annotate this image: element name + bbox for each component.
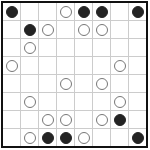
cell-r4c3[interactable] (39, 57, 56, 74)
white-pearl (60, 6, 72, 18)
white-pearl (78, 24, 90, 36)
white-pearl (24, 42, 36, 54)
cell-r6c8[interactable] (129, 93, 146, 110)
white-pearl (24, 132, 36, 144)
cell-r5c6[interactable] (93, 75, 110, 92)
cell-r7c6[interactable] (93, 111, 110, 128)
white-pearl (114, 96, 126, 108)
cell-r2c4[interactable] (57, 21, 74, 38)
black-pearl (42, 132, 54, 144)
cell-r3c1[interactable] (3, 39, 20, 56)
cell-r4c4[interactable] (57, 57, 74, 74)
cell-r8c7[interactable] (111, 129, 128, 146)
cell-r1c1[interactable] (3, 3, 20, 20)
cell-r3c7[interactable] (111, 39, 128, 56)
cell-r7c4[interactable] (57, 111, 74, 128)
cell-r6c5[interactable] (75, 93, 92, 110)
cell-r8c1[interactable] (3, 129, 20, 146)
white-pearl (6, 60, 18, 72)
white-pearl (42, 24, 54, 36)
cell-r1c3[interactable] (39, 3, 56, 20)
cell-r1c2[interactable] (21, 3, 38, 20)
cell-r4c5[interactable] (75, 57, 92, 74)
white-pearl (114, 60, 126, 72)
cell-r3c6[interactable] (93, 39, 110, 56)
cell-r4c6[interactable] (93, 57, 110, 74)
cell-r5c2[interactable] (21, 75, 38, 92)
cell-r6c6[interactable] (93, 93, 110, 110)
masyu-board (1, 1, 148, 148)
cell-r1c5[interactable] (75, 3, 92, 20)
cell-r6c4[interactable] (57, 93, 74, 110)
cell-r7c1[interactable] (3, 111, 20, 128)
cell-r7c8[interactable] (129, 111, 146, 128)
cell-r6c2[interactable] (21, 93, 38, 110)
cell-r7c5[interactable] (75, 111, 92, 128)
cell-r4c7[interactable] (111, 57, 128, 74)
white-pearl (60, 78, 72, 90)
black-pearl (96, 6, 108, 18)
cell-r6c7[interactable] (111, 93, 128, 110)
cell-r1c6[interactable] (93, 3, 110, 20)
cell-r8c8[interactable] (129, 129, 146, 146)
white-pearl (60, 114, 72, 126)
cell-r8c2[interactable] (21, 129, 38, 146)
cell-r8c6[interactable] (93, 129, 110, 146)
cell-r5c4[interactable] (57, 75, 74, 92)
black-pearl (132, 132, 144, 144)
cell-r5c7[interactable] (111, 75, 128, 92)
white-pearl (96, 114, 108, 126)
white-pearl (42, 114, 54, 126)
cell-r2c7[interactable] (111, 21, 128, 38)
white-pearl (96, 24, 108, 36)
cell-r4c1[interactable] (3, 57, 20, 74)
cell-r7c2[interactable] (21, 111, 38, 128)
cell-r6c1[interactable] (3, 93, 20, 110)
cell-r1c4[interactable] (57, 3, 74, 20)
cell-r3c2[interactable] (21, 39, 38, 56)
cell-r2c3[interactable] (39, 21, 56, 38)
cell-r8c4[interactable] (57, 129, 74, 146)
cell-r7c7[interactable] (111, 111, 128, 128)
black-pearl (24, 24, 36, 36)
cell-r6c3[interactable] (39, 93, 56, 110)
cell-r3c4[interactable] (57, 39, 74, 56)
white-pearl (96, 78, 108, 90)
cell-r2c2[interactable] (21, 21, 38, 38)
cell-r8c5[interactable] (75, 129, 92, 146)
white-pearl (24, 96, 36, 108)
cell-r2c5[interactable] (75, 21, 92, 38)
cell-r5c1[interactable] (3, 75, 20, 92)
black-pearl (114, 114, 126, 126)
black-pearl (6, 6, 18, 18)
black-pearl (132, 6, 144, 18)
cell-r2c8[interactable] (129, 21, 146, 38)
white-pearl (78, 132, 90, 144)
cell-r5c5[interactable] (75, 75, 92, 92)
cell-r4c2[interactable] (21, 57, 38, 74)
cell-r5c3[interactable] (39, 75, 56, 92)
cell-r7c3[interactable] (39, 111, 56, 128)
cell-r1c8[interactable] (129, 3, 146, 20)
cell-r3c3[interactable] (39, 39, 56, 56)
cell-r2c1[interactable] (3, 21, 20, 38)
cell-r8c3[interactable] (39, 129, 56, 146)
cell-r4c8[interactable] (129, 57, 146, 74)
cell-r1c7[interactable] (111, 3, 128, 20)
black-pearl (60, 132, 72, 144)
cell-r3c5[interactable] (75, 39, 92, 56)
black-pearl (78, 6, 90, 18)
cell-r3c8[interactable] (129, 39, 146, 56)
cell-r2c6[interactable] (93, 21, 110, 38)
cell-r5c8[interactable] (129, 75, 146, 92)
